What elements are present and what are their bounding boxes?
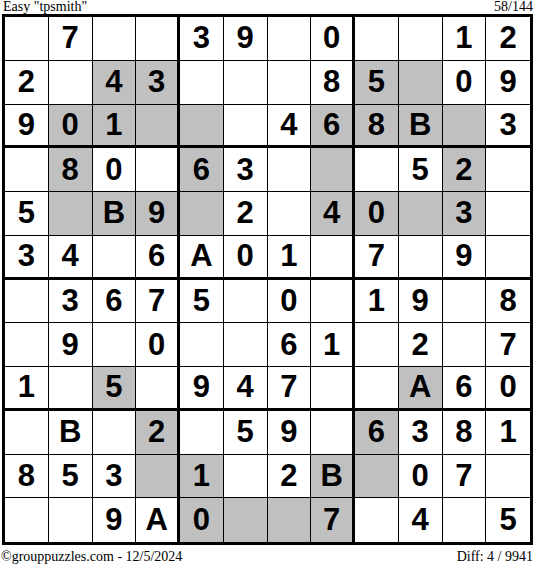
cell-r9c8[interactable]: 6 — [355, 411, 399, 455]
cell-r11c11[interactable]: 5 — [486, 498, 530, 542]
cell-r0c10[interactable]: 1 — [443, 17, 487, 61]
cell-r11c6[interactable] — [268, 498, 312, 542]
cell-r11c1[interactable] — [49, 498, 93, 542]
footer: ©grouppuzzles.com - 12/5/2024 Diff: 4 / … — [0, 549, 535, 567]
cell-r4c11[interactable] — [486, 192, 530, 236]
cell-r8c1[interactable] — [49, 367, 93, 411]
cell-r4c2[interactable]: B — [93, 192, 137, 236]
cell-r3c5[interactable]: 3 — [224, 148, 268, 192]
cell-r4c8[interactable]: 0 — [355, 192, 399, 236]
cell-r2c8[interactable]: 8 — [355, 105, 399, 149]
cell-r4c7[interactable]: 4 — [311, 192, 355, 236]
cell-r1c3[interactable]: 3 — [136, 61, 180, 105]
cell-r5c3[interactable]: 6 — [136, 236, 180, 280]
cell-r4c10[interactable]: 3 — [443, 192, 487, 236]
cell-r10c4[interactable]: 1 — [180, 455, 224, 499]
cell-r3c1[interactable]: 8 — [49, 148, 93, 192]
cell-r5c4[interactable]: A — [180, 236, 224, 280]
sudoku-board: 7390122438509901468B38063525B92403346A01… — [2, 14, 533, 545]
cell-r0c9[interactable] — [399, 17, 443, 61]
cell-r0c4[interactable]: 3 — [180, 17, 224, 61]
cell-r9c10[interactable]: 8 — [443, 411, 487, 455]
cell-r5c9[interactable] — [399, 236, 443, 280]
cell-r7c6[interactable]: 6 — [268, 323, 312, 367]
cell-r5c7[interactable] — [311, 236, 355, 280]
cell-r6c6[interactable]: 0 — [268, 280, 312, 324]
cell-r2c2[interactable]: 1 — [93, 105, 137, 149]
cell-r8c4[interactable]: 9 — [180, 367, 224, 411]
cell-r5c6[interactable]: 1 — [268, 236, 312, 280]
cell-r10c5[interactable] — [224, 455, 268, 499]
cell-r6c3[interactable]: 7 — [136, 280, 180, 324]
cell-r8c5[interactable]: 4 — [224, 367, 268, 411]
cell-r11c10[interactable] — [443, 498, 487, 542]
cell-r10c8[interactable] — [355, 455, 399, 499]
cell-r3c11[interactable] — [486, 148, 530, 192]
cell-r0c3[interactable] — [136, 17, 180, 61]
cell-r8c6[interactable]: 7 — [268, 367, 312, 411]
cell-r7c11[interactable]: 7 — [486, 323, 530, 367]
cell-r1c10[interactable]: 0 — [443, 61, 487, 105]
cell-r1c8[interactable]: 5 — [355, 61, 399, 105]
cell-r6c7[interactable] — [311, 280, 355, 324]
cell-r0c1[interactable]: 7 — [49, 17, 93, 61]
cell-r7c9[interactable]: 2 — [399, 323, 443, 367]
cell-r1c4[interactable] — [180, 61, 224, 105]
cell-r8c8[interactable] — [355, 367, 399, 411]
puzzle-counter: 58/144 — [494, 0, 533, 13]
cell-r5c8[interactable]: 7 — [355, 236, 399, 280]
cell-r7c0[interactable] — [5, 323, 49, 367]
cell-r8c2[interactable]: 5 — [93, 367, 137, 411]
cell-r0c5[interactable]: 9 — [224, 17, 268, 61]
cell-r9c3[interactable]: 2 — [136, 411, 180, 455]
cell-r6c4[interactable]: 5 — [180, 280, 224, 324]
cell-r10c6[interactable]: 2 — [268, 455, 312, 499]
cell-r3c4[interactable]: 6 — [180, 148, 224, 192]
cell-r0c6[interactable] — [268, 17, 312, 61]
cell-r1c7[interactable]: 8 — [311, 61, 355, 105]
cell-r7c4[interactable] — [180, 323, 224, 367]
copyright-text: ©grouppuzzles.com - 12/5/2024 — [1, 549, 182, 564]
cell-r0c8[interactable] — [355, 17, 399, 61]
cell-r7c8[interactable] — [355, 323, 399, 367]
cell-r11c2[interactable]: 9 — [93, 498, 137, 542]
cell-r1c5[interactable] — [224, 61, 268, 105]
cell-r7c1[interactable]: 9 — [49, 323, 93, 367]
cell-r9c6[interactable]: 9 — [268, 411, 312, 455]
cell-r1c1[interactable] — [49, 61, 93, 105]
cell-r7c3[interactable]: 0 — [136, 323, 180, 367]
cell-r10c1[interactable]: 5 — [49, 455, 93, 499]
cell-r9c4[interactable] — [180, 411, 224, 455]
cell-r7c5[interactable] — [224, 323, 268, 367]
cell-r7c7[interactable]: 1 — [311, 323, 355, 367]
cell-r9c0[interactable] — [5, 411, 49, 455]
cell-r8c10[interactable]: 6 — [443, 367, 487, 411]
cell-r0c0[interactable] — [5, 17, 49, 61]
cell-r11c4[interactable]: 0 — [180, 498, 224, 542]
cell-r6c10[interactable] — [443, 280, 487, 324]
cell-r10c7[interactable]: B — [311, 455, 355, 499]
cell-r3c6[interactable] — [268, 148, 312, 192]
cell-r5c10[interactable]: 9 — [443, 236, 487, 280]
cell-r5c1[interactable]: 4 — [49, 236, 93, 280]
cell-r7c10[interactable] — [443, 323, 487, 367]
cell-r8c9[interactable]: A — [399, 367, 443, 411]
cell-r11c5[interactable] — [224, 498, 268, 542]
cell-r8c11[interactable]: 0 — [486, 367, 530, 411]
cell-r6c5[interactable] — [224, 280, 268, 324]
cell-r10c9[interactable]: 0 — [399, 455, 443, 499]
cell-r11c7[interactable]: 7 — [311, 498, 355, 542]
cell-r4c3[interactable]: 9 — [136, 192, 180, 236]
cell-r0c2[interactable] — [93, 17, 137, 61]
cell-r0c11[interactable]: 2 — [486, 17, 530, 61]
cell-r2c5[interactable] — [224, 105, 268, 149]
puzzle-page: Easy "tpsmith" 58/144 739012243850990146… — [0, 0, 535, 569]
cell-r2c0[interactable]: 9 — [5, 105, 49, 149]
cell-r2c6[interactable]: 4 — [268, 105, 312, 149]
cell-r9c1[interactable]: B — [49, 411, 93, 455]
cell-r2c3[interactable] — [136, 105, 180, 149]
cell-r3c9[interactable]: 5 — [399, 148, 443, 192]
puzzle-title: Easy "tpsmith" — [3, 0, 87, 13]
cell-r6c0[interactable] — [5, 280, 49, 324]
cell-r9c11[interactable]: 1 — [486, 411, 530, 455]
cell-r6c2[interactable]: 6 — [93, 280, 137, 324]
cell-r9c5[interactable]: 5 — [224, 411, 268, 455]
cell-r1c6[interactable] — [268, 61, 312, 105]
cell-r11c8[interactable] — [355, 498, 399, 542]
cell-r2c4[interactable] — [180, 105, 224, 149]
cell-r4c4[interactable] — [180, 192, 224, 236]
cell-r11c9[interactable]: 4 — [399, 498, 443, 542]
difficulty-text: Diff: 4 / 9941 — [457, 549, 533, 564]
cell-r8c7[interactable] — [311, 367, 355, 411]
cell-r3c8[interactable] — [355, 148, 399, 192]
cell-r5c0[interactable]: 3 — [5, 236, 49, 280]
cell-r11c0[interactable] — [5, 498, 49, 542]
cell-r6c11[interactable]: 8 — [486, 280, 530, 324]
cell-r4c1[interactable] — [49, 192, 93, 236]
cell-r4c9[interactable] — [399, 192, 443, 236]
cell-r1c0[interactable]: 2 — [5, 61, 49, 105]
cell-r9c9[interactable]: 3 — [399, 411, 443, 455]
cell-r2c10[interactable] — [443, 105, 487, 149]
cell-r9c2[interactable] — [93, 411, 137, 455]
cell-r5c5[interactable]: 0 — [224, 236, 268, 280]
cell-r6c8[interactable]: 1 — [355, 280, 399, 324]
cell-r6c1[interactable]: 3 — [49, 280, 93, 324]
cell-r3c0[interactable] — [5, 148, 49, 192]
cell-r0c7[interactable]: 0 — [311, 17, 355, 61]
cell-r1c9[interactable] — [399, 61, 443, 105]
cell-r10c11[interactable] — [486, 455, 530, 499]
cell-r5c11[interactable] — [486, 236, 530, 280]
cell-r11c3[interactable]: A — [136, 498, 180, 542]
cell-r3c2[interactable]: 0 — [93, 148, 137, 192]
cell-r2c9[interactable]: B — [399, 105, 443, 149]
cell-r4c5[interactable]: 2 — [224, 192, 268, 236]
cell-r7c2[interactable] — [93, 323, 137, 367]
cell-r3c7[interactable] — [311, 148, 355, 192]
cell-r4c0[interactable]: 5 — [5, 192, 49, 236]
cell-r1c11[interactable]: 9 — [486, 61, 530, 105]
cell-r5c2[interactable] — [93, 236, 137, 280]
cell-r3c10[interactable]: 2 — [443, 148, 487, 192]
cell-r10c2[interactable]: 3 — [93, 455, 137, 499]
cell-r2c1[interactable]: 0 — [49, 105, 93, 149]
cell-r10c0[interactable]: 8 — [5, 455, 49, 499]
cell-r8c0[interactable]: 1 — [5, 367, 49, 411]
cell-r10c10[interactable]: 7 — [443, 455, 487, 499]
cell-r1c2[interactable]: 4 — [93, 61, 137, 105]
cell-r8c3[interactable] — [136, 367, 180, 411]
cell-r10c3[interactable] — [136, 455, 180, 499]
cell-r3c3[interactable] — [136, 148, 180, 192]
cell-r9c7[interactable] — [311, 411, 355, 455]
cell-r6c9[interactable]: 9 — [399, 280, 443, 324]
cell-r2c7[interactable]: 6 — [311, 105, 355, 149]
cell-r2c11[interactable]: 3 — [486, 105, 530, 149]
header: Easy "tpsmith" 58/144 — [0, 0, 535, 14]
cell-r4c6[interactable] — [268, 192, 312, 236]
